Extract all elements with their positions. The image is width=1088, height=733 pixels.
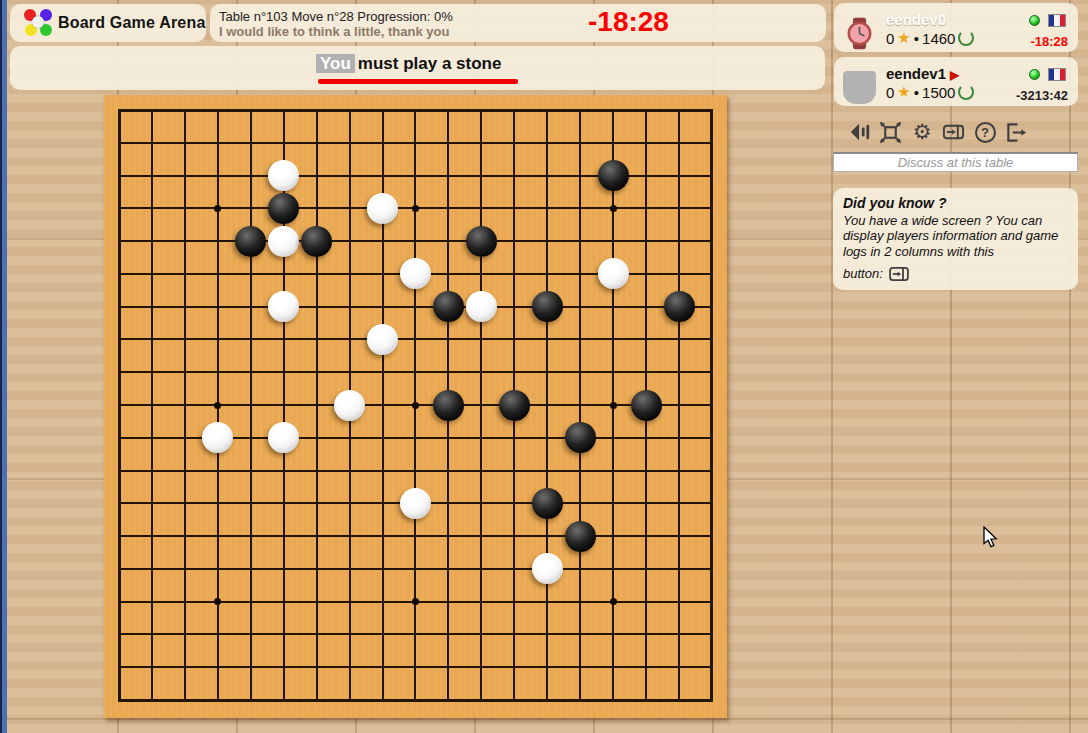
black-stone: [268, 193, 299, 224]
white-stone: [334, 390, 365, 421]
help-icon[interactable]: ?: [974, 121, 997, 144]
chat-input[interactable]: [833, 152, 1078, 172]
black-stone: [466, 226, 497, 257]
star-point: [214, 598, 221, 605]
grid-line-horizontal: [118, 470, 714, 472]
white-stone: [268, 226, 299, 257]
player1-time: -3213:42: [1016, 88, 1068, 103]
star-point: [412, 205, 419, 212]
black-stone: [565, 521, 596, 552]
tip-body: You have a wide screen ? You can display…: [843, 213, 1068, 259]
white-stone: [268, 422, 299, 453]
player1-avatar-placeholder[interactable]: [843, 71, 876, 104]
dot-separator: •: [914, 30, 919, 47]
player1-xp: 0: [886, 84, 894, 101]
xp-star-icon: ★: [897, 29, 910, 47]
player0-name[interactable]: eendev0: [886, 11, 946, 28]
tip-button-label: button:: [843, 266, 883, 281]
player-panel-eendev0[interactable]: eendev0 0★•1460 -18:28: [834, 3, 1078, 52]
white-stone: [268, 291, 299, 322]
bga-logo-icon: [20, 6, 54, 40]
black-stone: [235, 226, 266, 257]
game-toolbar: ⚙ ?: [848, 120, 1028, 144]
grid-line-vertical: [480, 109, 482, 702]
go-board[interactable]: [104, 95, 727, 718]
star-point: [214, 402, 221, 409]
fullscreen-icon[interactable]: [879, 121, 902, 144]
grid-line-vertical: [579, 109, 581, 702]
player0-time: -18:28: [1030, 34, 1068, 49]
white-stone: [532, 553, 563, 584]
arena-wreath-icon: [958, 84, 974, 100]
player0-avatar-clock-icon[interactable]: [843, 17, 876, 50]
settings-gear-icon[interactable]: ⚙: [911, 121, 934, 144]
tip-button-line: button:: [843, 266, 1068, 282]
star-point: [610, 402, 617, 409]
star-point: [412, 402, 419, 409]
grid-line-vertical: [710, 109, 713, 702]
white-stone: [268, 160, 299, 191]
white-stone: [598, 258, 629, 289]
grid-line-horizontal: [118, 699, 714, 702]
two-columns-icon[interactable]: [942, 121, 965, 144]
logo-text: Board Game Arena: [58, 14, 206, 32]
status-underline: [318, 79, 518, 84]
left-edge-strip: [0, 0, 7, 733]
black-stone: [565, 422, 596, 453]
black-stone: [532, 488, 563, 519]
tip-title: Did you know ?: [843, 195, 1068, 211]
player0-xp: 0: [886, 30, 894, 47]
volume-icon[interactable]: [848, 121, 871, 144]
two-columns-icon[interactable]: [888, 266, 910, 282]
black-stone: [598, 160, 629, 191]
table-info-box: Table n°103 Move n°28 Progression: 0% I …: [210, 4, 826, 42]
status-message-text: must play a stone: [358, 54, 502, 73]
star-point: [214, 205, 221, 212]
actor-chip: You: [316, 54, 355, 73]
grid-line-horizontal: [118, 633, 714, 635]
table-info-text: Table n°103 Move n°28 Progression: 0%: [219, 9, 453, 24]
status-message: Youmust play a stone: [316, 54, 501, 74]
player1-flag-france: [1048, 68, 1066, 81]
thinking-message: I would like to think a little, thank yo…: [219, 24, 449, 39]
player1-stats: 0★•1500: [886, 83, 974, 101]
star-point: [412, 598, 419, 605]
arena-wreath-icon: [958, 30, 974, 46]
black-stone: [532, 291, 563, 322]
black-stone: [631, 390, 662, 421]
grid-line-vertical: [678, 109, 680, 702]
player0-online-dot: [1029, 15, 1040, 26]
main-timer: -18:28: [588, 6, 669, 38]
player1-rating: 1500: [922, 84, 955, 101]
player1-name-text: eendev1: [886, 65, 946, 82]
bga-go-table-screen: Board Game Arena Table n°103 Move n°28 P…: [0, 0, 1088, 733]
player1-online-dot: [1029, 69, 1040, 80]
white-stone: [400, 488, 431, 519]
xp-star-icon: ★: [897, 83, 910, 101]
black-stone: [433, 291, 464, 322]
player0-flag-france: [1048, 14, 1066, 27]
player0-stats: 0★•1460: [886, 29, 974, 47]
active-player-arrow-icon: ▶: [950, 68, 959, 82]
grid-line-vertical: [546, 109, 548, 702]
white-stone: [367, 193, 398, 224]
grid-line-horizontal: [118, 535, 714, 537]
logo-box[interactable]: Board Game Arena: [10, 4, 206, 42]
star-point: [610, 205, 617, 212]
white-stone: [466, 291, 497, 322]
player0-rating: 1460: [922, 30, 955, 47]
white-stone: [202, 422, 233, 453]
star-point: [610, 598, 617, 605]
black-stone: [433, 390, 464, 421]
player1-name[interactable]: eendev1▶: [886, 65, 959, 82]
grid-line-horizontal: [118, 568, 714, 570]
black-stone: [301, 226, 332, 257]
white-stone: [400, 258, 431, 289]
grid-line-horizontal: [118, 666, 714, 668]
exit-icon[interactable]: [1005, 121, 1028, 144]
logo-circle-white: [32, 16, 44, 28]
player-panel-eendev1[interactable]: eendev1▶ 0★•1500 -3213:42: [834, 57, 1078, 106]
did-you-know-box: Did you know ? You have a wide screen ? …: [833, 188, 1078, 290]
black-stone: [664, 291, 695, 322]
black-stone: [499, 390, 530, 421]
white-stone: [367, 324, 398, 355]
dot-separator: •: [914, 84, 919, 101]
status-bar: Youmust play a stone: [10, 46, 825, 90]
mouse-cursor: [983, 526, 998, 548]
